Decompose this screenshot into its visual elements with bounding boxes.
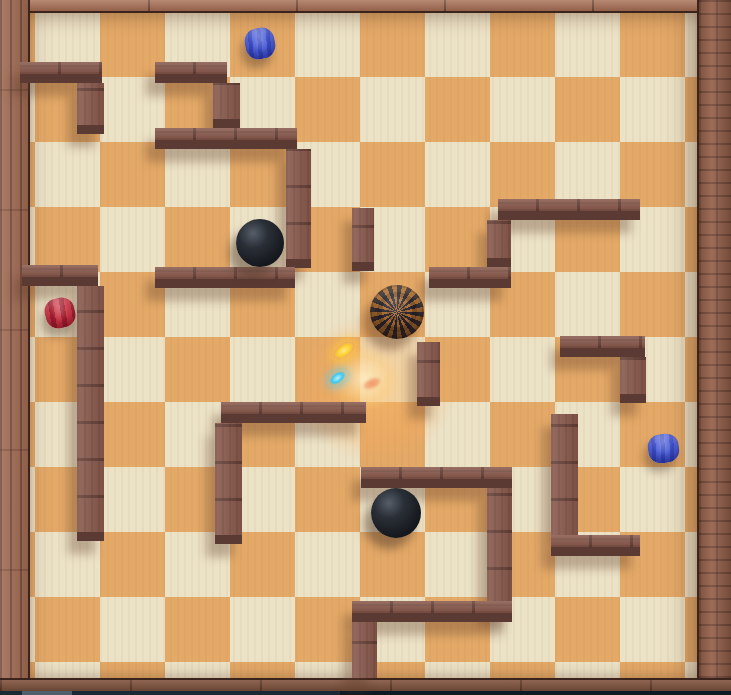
maze-wall [155,128,297,149]
maze-wall [352,208,374,271]
frame-bottom [0,678,731,691]
table-edge-light [22,691,72,695]
maze-wall [551,535,640,556]
maze-wall [22,265,98,286]
black-ball[interactable] [371,488,421,538]
frame-right [697,0,731,691]
game-board [0,0,731,695]
maze-wall [498,199,640,220]
maze-wall [77,83,104,134]
maze-wall [286,149,311,268]
maze-wall [429,267,511,288]
maze-wall [352,601,512,622]
maze-wall [352,622,377,678]
maze-wall [361,467,512,488]
maze-wall [551,414,578,535]
maze-wall [620,357,646,403]
spike-ball[interactable] [370,285,424,339]
maze-wall [20,62,102,83]
maze-wall [417,342,440,406]
black-ball[interactable] [236,219,284,267]
maze-wall [221,402,366,423]
maze-wall [487,488,512,613]
maze-wall [487,220,511,267]
maze-wall [77,286,104,541]
frame-top [0,0,731,13]
maze-wall [215,423,242,544]
maze-wall [155,267,295,288]
maze-wall [213,83,240,128]
maze-wall [560,336,645,357]
table-edge-dark [340,691,731,695]
maze-wall [155,62,227,83]
frame-left [0,0,30,691]
